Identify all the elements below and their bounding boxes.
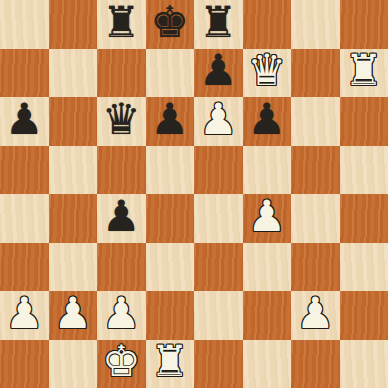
square-c6[interactable]: ♛ [97, 97, 146, 146]
square-h6[interactable] [340, 97, 388, 146]
square-g1[interactable] [291, 340, 340, 388]
square-d4[interactable] [146, 194, 195, 243]
piece-black-pawn[interactable]: ♟ [102, 195, 141, 238]
square-b1[interactable] [49, 340, 98, 388]
piece-white-rook[interactable]: ♜ [150, 340, 189, 383]
square-f2[interactable] [243, 291, 292, 340]
square-g4[interactable] [291, 194, 340, 243]
square-d5[interactable] [146, 146, 195, 195]
square-e2[interactable] [194, 291, 243, 340]
square-b7[interactable] [49, 49, 98, 98]
piece-white-pawn[interactable]: ♟ [199, 98, 238, 141]
square-b2[interactable]: ♟ [49, 291, 98, 340]
square-b8[interactable] [49, 0, 98, 49]
square-a1[interactable] [0, 340, 49, 388]
square-a2[interactable]: ♟ [0, 291, 49, 340]
square-e6[interactable]: ♟ [194, 97, 243, 146]
square-c5[interactable] [97, 146, 146, 195]
square-d8[interactable]: ♚ [146, 0, 195, 49]
square-b6[interactable] [49, 97, 98, 146]
square-g5[interactable] [291, 146, 340, 195]
square-f4[interactable]: ♟ [243, 194, 292, 243]
square-g7[interactable] [291, 49, 340, 98]
square-g3[interactable] [291, 243, 340, 292]
piece-black-queen[interactable]: ♛ [102, 98, 141, 141]
square-f5[interactable] [243, 146, 292, 195]
chess-board: ♜♚♜♟♛♜♟♛♟♟♟♟♟♟♟♟♟♚♜ [0, 0, 388, 388]
piece-black-rook[interactable]: ♜ [102, 1, 141, 44]
piece-white-pawn[interactable]: ♟ [102, 292, 141, 335]
piece-black-pawn[interactable]: ♟ [199, 49, 238, 92]
square-a6[interactable]: ♟ [0, 97, 49, 146]
square-f6[interactable]: ♟ [243, 97, 292, 146]
piece-white-pawn[interactable]: ♟ [5, 292, 44, 335]
piece-white-pawn[interactable]: ♟ [53, 292, 92, 335]
square-g2[interactable]: ♟ [291, 291, 340, 340]
square-f3[interactable] [243, 243, 292, 292]
square-c2[interactable]: ♟ [97, 291, 146, 340]
square-b4[interactable] [49, 194, 98, 243]
square-d6[interactable]: ♟ [146, 97, 195, 146]
piece-white-king[interactable]: ♚ [102, 340, 141, 383]
square-a7[interactable] [0, 49, 49, 98]
square-c8[interactable]: ♜ [97, 0, 146, 49]
square-c4[interactable]: ♟ [97, 194, 146, 243]
square-h3[interactable] [340, 243, 388, 292]
square-h5[interactable] [340, 146, 388, 195]
square-e1[interactable] [194, 340, 243, 388]
square-c3[interactable] [97, 243, 146, 292]
square-e7[interactable]: ♟ [194, 49, 243, 98]
square-f7[interactable]: ♛ [243, 49, 292, 98]
square-f1[interactable] [243, 340, 292, 388]
square-b5[interactable] [49, 146, 98, 195]
square-d1[interactable]: ♜ [146, 340, 195, 388]
square-e3[interactable] [194, 243, 243, 292]
square-a3[interactable] [0, 243, 49, 292]
piece-black-pawn[interactable]: ♟ [5, 98, 44, 141]
square-h7[interactable]: ♜ [340, 49, 388, 98]
square-d7[interactable] [146, 49, 195, 98]
square-h8[interactable] [340, 0, 388, 49]
square-c1[interactable]: ♚ [97, 340, 146, 388]
square-b3[interactable] [49, 243, 98, 292]
piece-white-rook[interactable]: ♜ [344, 49, 383, 92]
square-g6[interactable] [291, 97, 340, 146]
square-h2[interactable] [340, 291, 388, 340]
piece-white-queen[interactable]: ♛ [247, 49, 286, 92]
square-c7[interactable] [97, 49, 146, 98]
piece-black-pawn[interactable]: ♟ [247, 98, 286, 141]
square-a8[interactable] [0, 0, 49, 49]
piece-black-pawn[interactable]: ♟ [150, 98, 189, 141]
piece-white-pawn[interactable]: ♟ [247, 195, 286, 238]
square-d2[interactable] [146, 291, 195, 340]
square-h4[interactable] [340, 194, 388, 243]
square-g8[interactable] [291, 0, 340, 49]
square-d3[interactable] [146, 243, 195, 292]
square-e4[interactable] [194, 194, 243, 243]
piece-black-rook[interactable]: ♜ [199, 1, 238, 44]
piece-black-king[interactable]: ♚ [150, 1, 189, 44]
square-a5[interactable] [0, 146, 49, 195]
piece-white-pawn[interactable]: ♟ [296, 292, 335, 335]
square-e8[interactable]: ♜ [194, 0, 243, 49]
square-a4[interactable] [0, 194, 49, 243]
square-h1[interactable] [340, 340, 388, 388]
square-e5[interactable] [194, 146, 243, 195]
square-f8[interactable] [243, 0, 292, 49]
